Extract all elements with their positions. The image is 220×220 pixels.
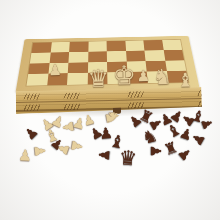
vent-groove-group	[64, 93, 80, 99]
vent-groove-group	[198, 101, 214, 107]
vent-groove-group	[24, 104, 40, 110]
chess-piece-white-knight: ♞	[153, 67, 172, 88]
chess-piece-white-king: ♚	[112, 62, 136, 88]
board-square	[68, 52, 88, 63]
chess-piece-white-pawn: ♟	[32, 144, 47, 158]
chess-set-product-photo: ♟♛♚♟♞♝ ♟♟♟♟♟♟♟♟♟♝♞♟♟♟♟♝♛♟♟♜♟♟♟♟♝♟♞♝♟♟♜♟♟	[0, 0, 220, 220]
board-square	[31, 42, 51, 52]
chess-piece-white-pawn: ♟	[136, 69, 150, 84]
chess-piece-white-queen: ♛	[87, 66, 109, 90]
chess-piece-black-pawn: ♟	[96, 148, 111, 162]
board-square	[125, 40, 144, 50]
chess-piece-white-pawn: ♟	[48, 63, 62, 78]
chess-piece-white-pawn: ♟	[69, 139, 85, 154]
vent-groove-group	[128, 91, 144, 97]
board-square	[88, 51, 107, 62]
board-square	[68, 62, 88, 73]
vent-groove-group	[64, 104, 80, 110]
board-square	[69, 42, 88, 52]
chess-piece-white-pawn: ♟	[18, 148, 32, 164]
board-square	[107, 41, 126, 51]
board-square	[67, 73, 87, 85]
board-square	[27, 74, 48, 86]
chess-piece-white-knight: ♞	[102, 108, 121, 126]
board-square	[143, 40, 163, 50]
standing-pieces-layer: ♟♛♚♟♞♝	[0, 0, 218, 2]
board-square	[28, 63, 49, 74]
board-square	[144, 50, 164, 61]
board-square	[162, 40, 182, 50]
chess-piece-black-pawn: ♟	[149, 145, 163, 158]
board-square	[163, 50, 184, 61]
vent-groove-group	[24, 93, 40, 99]
board-square	[30, 52, 50, 63]
vent-groove-group	[198, 90, 214, 96]
chess-piece-white-bishop: ♝	[177, 70, 194, 89]
board-square	[88, 41, 107, 51]
chess-piece-black-queen: ♛	[118, 147, 137, 168]
board-square	[50, 42, 69, 52]
